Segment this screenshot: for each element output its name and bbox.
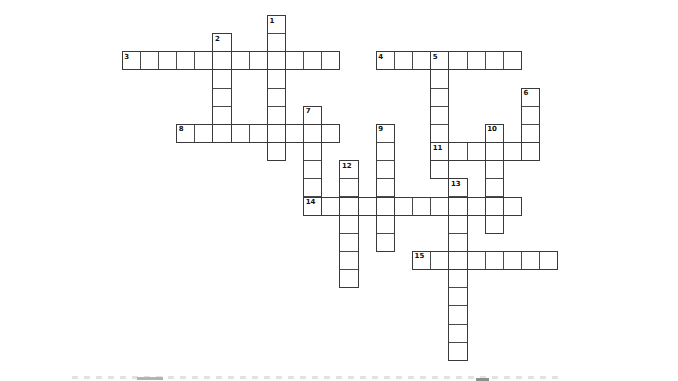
cell-r6-c22[interactable] — [521, 124, 540, 143]
cell-r7-c17[interactable] — [430, 142, 449, 161]
cell-r7-c22[interactable] — [521, 142, 540, 161]
cell-r2-c14[interactable] — [376, 51, 395, 70]
cell-r2-c17[interactable] — [430, 51, 449, 70]
cell-r10-c19[interactable] — [467, 197, 486, 216]
cell-r11-c14[interactable] — [376, 215, 395, 234]
cell-r9-c18[interactable] — [448, 178, 467, 197]
cell-r12-c14[interactable] — [376, 233, 395, 252]
cell-r10-c18[interactable] — [448, 197, 467, 216]
cell-r6-c5[interactable] — [212, 124, 231, 143]
cell-r6-c7[interactable] — [249, 124, 268, 143]
cell-r2-c11[interactable] — [321, 51, 340, 70]
cell-r6-c11[interactable] — [321, 124, 340, 143]
cell-r10-c13[interactable] — [358, 197, 377, 216]
crossword-puzzle-screenshot: 123456789101112131415 — [0, 0, 678, 381]
cell-r13-c21[interactable] — [503, 251, 522, 270]
cell-r4-c22[interactable] — [521, 88, 540, 107]
cell-r2-c4[interactable] — [194, 51, 213, 70]
cell-r13-c23[interactable] — [539, 251, 558, 270]
cell-r6-c14[interactable] — [376, 124, 395, 143]
cell-r7-c10[interactable] — [303, 142, 322, 161]
cell-r14-c12[interactable] — [339, 269, 358, 288]
cell-r10-c16[interactable] — [412, 197, 431, 216]
cell-r10-c11[interactable] — [321, 197, 340, 216]
cell-r5-c10[interactable] — [303, 106, 322, 125]
cell-r10-c15[interactable] — [394, 197, 413, 216]
cell-r9-c12[interactable] — [339, 178, 358, 197]
cell-r13-c20[interactable] — [485, 251, 504, 270]
cell-r2-c16[interactable] — [412, 51, 431, 70]
cell-r7-c21[interactable] — [503, 142, 522, 161]
cell-r12-c12[interactable] — [339, 233, 358, 252]
cell-r2-c6[interactable] — [231, 51, 250, 70]
cell-r8-c20[interactable] — [485, 160, 504, 179]
cell-r3-c8[interactable] — [267, 69, 286, 88]
cell-r2-c3[interactable] — [176, 51, 195, 70]
cell-r2-c10[interactable] — [303, 51, 322, 70]
cell-r2-c18[interactable] — [448, 51, 467, 70]
cut-off-text-artifact-dash — [137, 377, 163, 380]
cell-r2-c19[interactable] — [467, 51, 486, 70]
cell-r8-c10[interactable] — [303, 160, 322, 179]
cell-r2-c20[interactable] — [485, 51, 504, 70]
cell-r6-c20[interactable] — [485, 124, 504, 143]
cell-r0-c8[interactable] — [267, 15, 286, 34]
cell-r7-c20[interactable] — [485, 142, 504, 161]
cell-r5-c17[interactable] — [430, 106, 449, 125]
cell-r7-c18[interactable] — [448, 142, 467, 161]
cell-r10-c20[interactable] — [485, 197, 504, 216]
cell-r6-c3[interactable] — [176, 124, 195, 143]
cell-r6-c4[interactable] — [194, 124, 213, 143]
cell-r1-c5[interactable] — [212, 33, 231, 52]
cell-r2-c0[interactable] — [122, 51, 141, 70]
cell-r7-c14[interactable] — [376, 142, 395, 161]
cell-r2-c7[interactable] — [249, 51, 268, 70]
cell-r16-c18[interactable] — [448, 305, 467, 324]
cell-r9-c10[interactable] — [303, 178, 322, 197]
cell-r10-c10[interactable] — [303, 197, 322, 216]
cell-r9-c20[interactable] — [485, 178, 504, 197]
cell-r10-c17[interactable] — [430, 197, 449, 216]
cell-r2-c1[interactable] — [140, 51, 159, 70]
cell-r13-c16[interactable] — [412, 251, 431, 270]
cell-r13-c12[interactable] — [339, 251, 358, 270]
cell-r4-c8[interactable] — [267, 88, 286, 107]
cell-r8-c17[interactable] — [430, 160, 449, 179]
cell-r14-c18[interactable] — [448, 269, 467, 288]
cell-r10-c14[interactable] — [376, 197, 395, 216]
cell-r13-c17[interactable] — [430, 251, 449, 270]
cell-r18-c18[interactable] — [448, 342, 467, 361]
cell-r13-c19[interactable] — [467, 251, 486, 270]
cell-r9-c14[interactable] — [376, 178, 395, 197]
cell-r2-c15[interactable] — [394, 51, 413, 70]
cell-r2-c5[interactable] — [212, 51, 231, 70]
cell-r2-c9[interactable] — [285, 51, 304, 70]
cell-r15-c18[interactable] — [448, 287, 467, 306]
cell-r11-c12[interactable] — [339, 215, 358, 234]
cell-r3-c17[interactable] — [430, 69, 449, 88]
cell-r6-c17[interactable] — [430, 124, 449, 143]
cell-r13-c22[interactable] — [521, 251, 540, 270]
cell-r5-c22[interactable] — [521, 106, 540, 125]
cell-r10-c12[interactable] — [339, 197, 358, 216]
crossword-board: 123456789101112131415 — [122, 15, 559, 361]
cell-r7-c8[interactable] — [267, 142, 286, 161]
cell-r8-c14[interactable] — [376, 160, 395, 179]
cell-r12-c18[interactable] — [448, 233, 467, 252]
cell-r7-c19[interactable] — [467, 142, 486, 161]
cell-r6-c6[interactable] — [231, 124, 250, 143]
cell-r11-c20[interactable] — [485, 215, 504, 234]
cell-r2-c8[interactable] — [267, 51, 286, 70]
cell-r2-c21[interactable] — [503, 51, 522, 70]
cell-r3-c5[interactable] — [212, 69, 231, 88]
cell-r6-c9[interactable] — [285, 124, 304, 143]
cell-r13-c18[interactable] — [448, 251, 467, 270]
cell-r5-c8[interactable] — [267, 106, 286, 125]
cell-r5-c5[interactable] — [212, 106, 231, 125]
cell-r6-c8[interactable] — [267, 124, 286, 143]
cell-r17-c18[interactable] — [448, 324, 467, 343]
cell-r4-c17[interactable] — [430, 88, 449, 107]
cell-r4-c5[interactable] — [212, 88, 231, 107]
cell-r10-c21[interactable] — [503, 197, 522, 216]
cell-r8-c12[interactable] — [339, 160, 358, 179]
cell-r1-c8[interactable] — [267, 33, 286, 52]
cell-r2-c2[interactable] — [158, 51, 177, 70]
cell-r6-c10[interactable] — [303, 124, 322, 143]
cell-r11-c18[interactable] — [448, 215, 467, 234]
